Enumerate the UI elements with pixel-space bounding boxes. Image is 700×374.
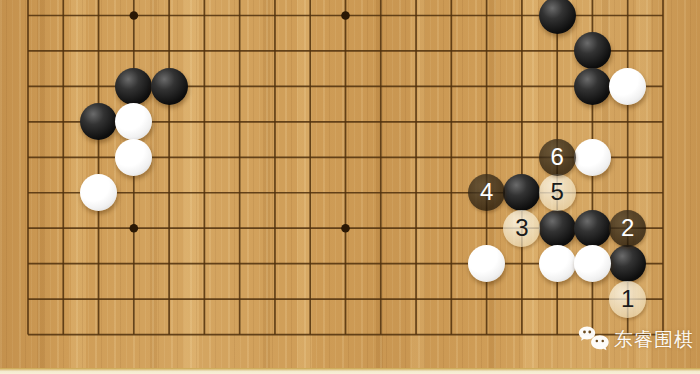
white-stone <box>539 245 576 282</box>
move-6-stone: 6 <box>539 139 576 176</box>
wechat-icon-eye <box>596 340 598 342</box>
move-2-stone: 2 <box>609 210 646 247</box>
move-number: 5 <box>550 180 563 205</box>
go-board-screen: 123456 东睿围棋 <box>0 0 700 374</box>
black-stone <box>539 210 576 247</box>
white-stone <box>468 245 505 282</box>
white-stone <box>574 139 611 176</box>
watermark-text: 东睿围棋 <box>614 327 694 353</box>
wechat-icon <box>578 325 610 354</box>
move-3-stone: 3 <box>503 210 540 247</box>
move-number: 4 <box>480 180 493 205</box>
watermark: 东睿围棋 <box>578 325 694 354</box>
move-number: 6 <box>550 145 563 170</box>
move-number: 1 <box>621 287 634 312</box>
wechat-icon-eye <box>602 340 604 342</box>
black-stone <box>574 68 611 105</box>
white-stone <box>80 174 117 211</box>
move-number: 3 <box>515 216 528 241</box>
move-1-stone: 1 <box>609 281 646 318</box>
white-stone <box>574 245 611 282</box>
bottom-edge-strip <box>0 368 700 374</box>
move-4-stone: 4 <box>468 174 505 211</box>
wechat-icon-eye <box>583 331 586 334</box>
black-stone <box>539 0 576 34</box>
black-stone <box>609 245 646 282</box>
white-stone <box>115 103 152 140</box>
black-stone <box>115 68 152 105</box>
wechat-icon-eye <box>588 331 591 334</box>
stone-layer: 123456 <box>0 0 700 374</box>
black-stone <box>80 103 117 140</box>
move-5-stone: 5 <box>539 174 576 211</box>
black-stone <box>503 174 540 211</box>
white-stone <box>115 139 152 176</box>
black-stone <box>574 210 611 247</box>
black-stone <box>574 32 611 69</box>
black-stone <box>151 68 188 105</box>
white-stone <box>609 68 646 105</box>
move-number: 2 <box>621 216 634 241</box>
